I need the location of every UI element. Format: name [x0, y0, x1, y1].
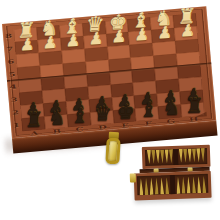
product-photo-canvas: ♜♞♝♛♚♝♞♜♟♟♟♟♟♟♟♟♟♟♟♟♟♟♟♟♜♞♝♛♚♝♞♜ 8765432…: [0, 0, 220, 220]
light-piece-p: ♟: [20, 37, 35, 54]
backgammon-point: [188, 148, 192, 162]
light-piece-p: ♟: [88, 31, 103, 48]
backgammon-point: [154, 178, 159, 195]
backgammon-point: [186, 176, 191, 193]
backgammon-point: [165, 177, 170, 194]
light-piece-p: ♟: [66, 33, 81, 50]
backgammon-point: [144, 178, 149, 195]
light-piece-p: ♟: [111, 29, 126, 46]
backgammon-point: [149, 178, 154, 195]
backgammon-point: [176, 177, 181, 194]
backgammon-point: [183, 149, 187, 163]
dark-piece-n: ♞: [162, 97, 181, 118]
backgammon-point: [151, 150, 155, 164]
dark-piece-r: ♜: [25, 109, 44, 130]
light-piece-p: ♟: [134, 27, 149, 44]
rank-label-4: 4: [7, 80, 19, 94]
light-piece-p: ♟: [179, 23, 194, 40]
backgammon-top-half: [142, 145, 211, 169]
backgammon-center-bar: [173, 149, 179, 165]
backgammon-point: [159, 177, 164, 194]
backgammon-point: [202, 176, 207, 193]
backgammon-point: [179, 149, 183, 163]
backgammon-inset: [132, 145, 219, 218]
dark-piece-n: ♞: [48, 107, 67, 128]
backgammon-point: [191, 176, 196, 193]
dark-piece-q: ♛: [93, 103, 112, 124]
brass-latch: [103, 132, 123, 171]
rank-label-5: 5: [6, 67, 18, 81]
backgammon-clasp-icon: [130, 173, 136, 182]
folding-chess-box: ♜♞♝♛♚♝♞♜♟♟♟♟♟♟♟♟♟♟♟♟♟♟♟♟♜♞♝♛♚♝♞♜ 8765432…: [2, 6, 216, 138]
rank-label-8: 8: [3, 29, 15, 43]
rank-label-7: 7: [4, 42, 16, 56]
board-frame: ♜♞♝♛♚♝♞♜♟♟♟♟♟♟♟♟♟♟♟♟♟♟♟♟♜♞♝♛♚♝♞♜ 8765432…: [2, 6, 216, 138]
backgammon-point: [160, 149, 164, 163]
rank-label-2: 2: [9, 106, 21, 120]
dark-piece-k: ♚: [116, 101, 135, 122]
rank-label-3: 3: [8, 93, 20, 107]
backgammon-point: [156, 150, 160, 164]
backgammon-point: [147, 150, 151, 164]
backgammon-point: [181, 177, 186, 194]
light-piece-p: ♟: [157, 25, 172, 42]
corner-ornament: [194, 112, 206, 118]
light-piece-p: ♟: [43, 35, 58, 52]
backgammon-point: [165, 149, 169, 163]
backgammon-point: [196, 148, 200, 162]
dark-piece-b: ♝: [70, 105, 89, 126]
backgammon-center-bar: [170, 175, 176, 194]
backgammon-point: [192, 148, 196, 162]
backgammon-point: [197, 176, 202, 193]
rank-label-6: 6: [5, 55, 17, 69]
latch-loop: [105, 138, 120, 165]
backgammon-bottom-half: [134, 171, 212, 201]
backgammon-point: [139, 178, 144, 195]
dark-piece-b: ♝: [139, 99, 158, 120]
rank-label-1: 1: [10, 119, 22, 133]
backgammon-point: [201, 148, 205, 162]
